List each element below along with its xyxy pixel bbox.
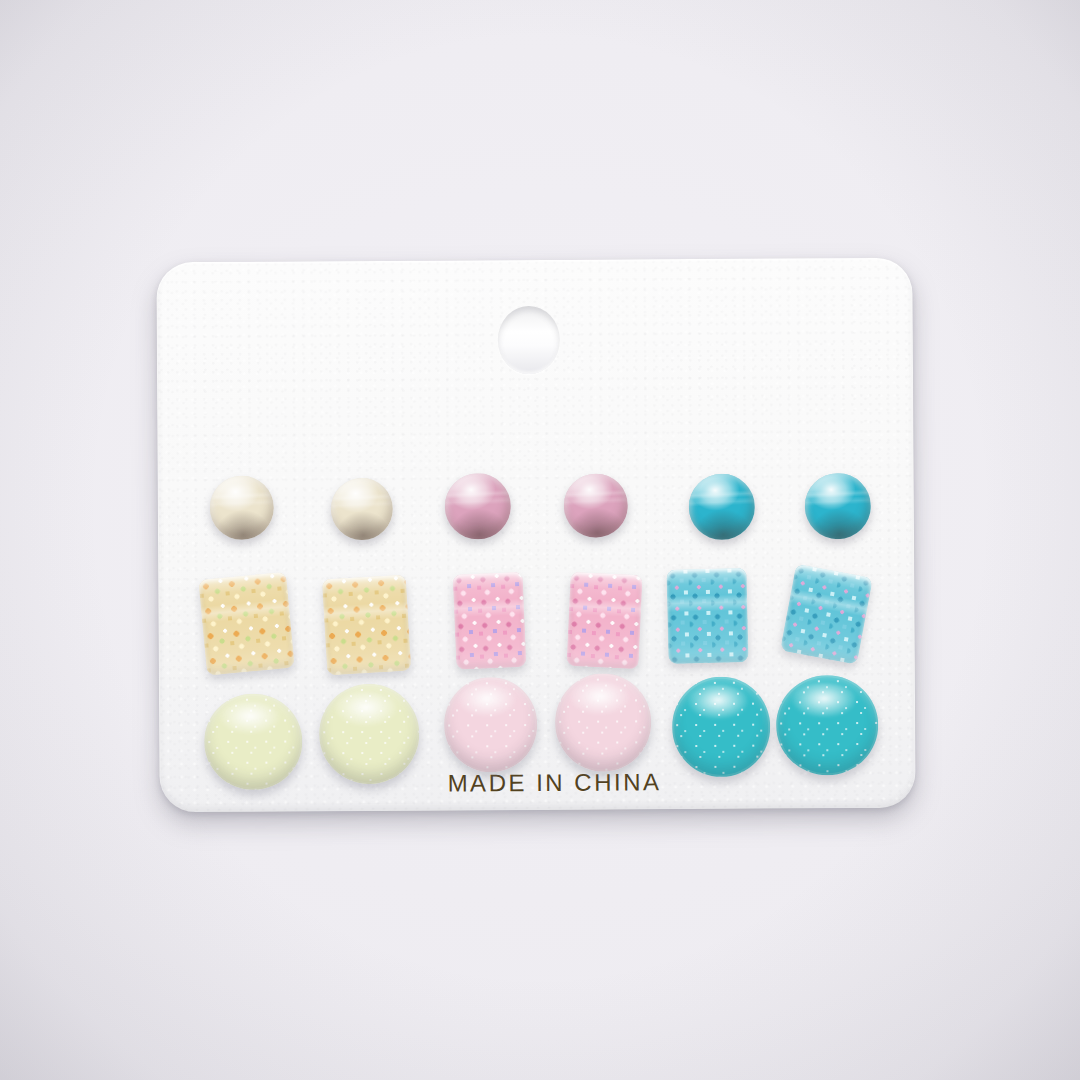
stud-pearl-studs-turquoise-right [805,473,871,539]
stud-sequin-square-studs-pink-right [566,572,642,669]
stud-glitter-dome-studs-teal-right [776,675,879,776]
stud-pearl-studs-ivory-left [210,476,274,540]
stud-sequin-square-studs-blue-right [780,564,873,665]
stud-glitter-dome-studs-yellowgreen-left [204,693,303,790]
stud-glitter-dome-studs-teal-left [672,677,771,778]
stud-sequin-square-studs-gold-right [322,575,411,676]
stud-sequin-square-studs-gold-left [198,572,295,676]
stud-glitter-dome-studs-pink-left [443,677,537,773]
earring-display-card: MADE IN CHINA [156,258,915,813]
stud-glitter-dome-studs-yellowgreen-right [319,684,420,785]
stud-glitter-dome-studs-pink-right [555,673,652,772]
stud-pearl-studs-pink-right [564,473,628,537]
product-photo: MADE IN CHINA [0,0,1080,1080]
stud-sequin-square-studs-blue-left [666,568,748,664]
stud-pearl-studs-turquoise-left [689,474,755,540]
stud-sequin-square-studs-pink-left [453,571,527,669]
hang-hole [498,306,560,374]
stud-pearl-studs-pink-left [445,473,511,539]
stud-pearl-studs-ivory-right [331,478,393,540]
